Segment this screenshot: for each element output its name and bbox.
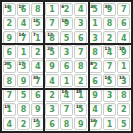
cell-r1c6[interactable]: 4 [74,3,87,16]
cell-r2c8[interactable]: 8 [103,17,116,30]
cell-digit: 4 [35,63,41,71]
cell-digit: 4 [121,34,127,42]
cell-r2c5[interactable]: 189 [60,17,73,30]
cell-r9c8[interactable]: 1 [103,117,116,130]
cell-digit: 4 [107,49,113,57]
cell-r8c6[interactable]: 185 [74,103,87,116]
cell-r8c4[interactable]: 3 [45,103,58,116]
cell-digit: 6 [92,77,98,85]
cell-r6c7[interactable]: 6 [88,74,101,87]
cell-r2c6[interactable]: 3 [74,17,87,30]
cell-r6c2[interactable]: 9 [17,74,30,87]
cell-r1c7[interactable]: 385 [88,3,101,16]
cell-digit: 1 [92,20,98,28]
cell-r7c1[interactable]: 7 [3,88,16,101]
cell-r8c1[interactable]: 151 [3,103,16,116]
cell-r2c7[interactable]: 1 [88,17,101,30]
cell-digit: 1 [21,49,27,57]
cell-digit: 7 [92,120,98,128]
cell-digit: 4 [21,20,27,28]
cell-digit: 7 [49,20,55,28]
cell-digit: 2 [121,106,127,114]
cell-r5c9[interactable]: 1 [117,60,130,73]
cell-digit: 9 [107,6,113,14]
cell-r5c5[interactable]: 6 [60,60,73,73]
cell-digit: 4 [49,77,55,85]
grid-border-bottom [0,131,133,133]
cell-r9c9[interactable]: 5 [117,117,130,130]
cell-digit: 3 [78,20,84,28]
cell-r2c4[interactable]: 7 [45,17,58,30]
grid-border-top [0,0,133,2]
cell-digit: 4 [6,120,12,128]
cell-r1c5[interactable]: 62 [60,3,73,16]
cell-digit: 5 [107,77,113,85]
cell-digit: 1 [107,120,113,128]
cell-digit: 6 [78,34,84,42]
box-line-vertical-1 [43,0,45,133]
cell-digit: 1 [64,77,70,85]
cell-r9c4[interactable]: 6 [45,117,58,130]
cell-digit: 7 [21,34,27,42]
cell-digit: 2 [78,77,84,85]
cell-digit: 6 [6,49,12,57]
cell-digit: 2 [107,34,113,42]
cell-digit: 1 [121,63,127,71]
cell-digit: 8 [35,6,41,14]
cell-r6c6[interactable]: 2 [74,74,87,87]
cell-r7c6[interactable]: 101 [74,88,87,101]
cell-digit: 8 [64,120,70,128]
grid-border-left [0,0,2,133]
cell-r7c2[interactable]: 5 [17,88,30,101]
cell-r7c4[interactable]: 2 [45,88,58,101]
cell-r6c5[interactable]: 1 [60,74,73,87]
cell-r2c1[interactable]: 2 [3,17,16,30]
cell-r9c5[interactable]: 8 [60,117,73,130]
cell-r8c5[interactable]: 7 [60,103,73,116]
cell-digit: 9 [21,77,27,85]
cell-digit: 7 [64,106,70,114]
cell-digit: 6 [35,92,41,100]
cell-digit: 2 [6,20,12,28]
cell-digit: 6 [64,63,70,71]
box-line-horizontal-1 [0,43,133,45]
cell-r5c7[interactable]: 82 [88,60,101,73]
cell-r9c7[interactable]: 137 [88,117,101,130]
cell-digit: 2 [49,92,55,100]
cell-digit: 4 [92,106,98,114]
cell-r4c5[interactable]: 3 [60,45,73,58]
cell-digit: 9 [64,20,70,28]
killer-sudoku-board: 1431968162438530972412571893186914771138… [0,0,133,133]
cell-digit: 5 [21,92,27,100]
cell-r6c1[interactable]: 8 [3,74,16,87]
cell-digit: 8 [107,20,113,28]
grid-border-right [131,0,133,133]
cell-digit: 6 [49,120,55,128]
box-line-vertical-2 [88,0,90,133]
cell-digit: 9 [49,63,55,71]
box-line-horizontal-2 [0,88,133,90]
cell-r6c8[interactable]: 145 [103,74,116,87]
cell-digit: 2 [21,120,27,128]
cell-digit: 3 [121,77,127,85]
cell-digit: 5 [78,106,84,114]
cell-digit: 9 [121,49,127,57]
cell-digit: 5 [35,20,41,28]
cell-r4c8[interactable]: 114 [103,45,116,58]
cell-digit: 5 [64,34,70,42]
cell-r8c2[interactable]: 8 [17,103,30,116]
cell-digit: 2 [92,63,98,71]
cell-digit: 4 [64,92,70,100]
cell-digit: 3 [92,34,98,42]
cell-digit: 8 [21,106,27,114]
cell-digit: 5 [92,6,98,14]
cell-r8c8[interactable]: 6 [103,103,116,116]
cell-r5c4[interactable]: 9 [45,60,58,73]
cell-digit: 3 [64,49,70,57]
cell-digit: 1 [35,34,41,42]
cell-digit: 3 [21,63,27,71]
cell-digit: 7 [35,77,41,85]
cell-r9c2[interactable]: 2 [17,117,30,130]
cell-r5c2[interactable]: 173 [17,60,30,73]
cell-r1c1[interactable]: 143 [3,3,16,16]
cell-digit: 7 [107,63,113,71]
cell-digit: 3 [6,6,12,14]
cell-r4c1[interactable]: 6 [3,45,16,58]
cell-r1c2[interactable]: 196 [17,3,30,16]
cell-digit: 7 [6,92,12,100]
cell-digit: 1 [49,6,55,14]
cell-digit: 5 [6,63,12,71]
cell-r1c4[interactable]: 1 [45,3,58,16]
cell-digit: 2 [35,49,41,57]
cell-r2c2[interactable]: 4 [17,17,30,30]
cell-r8c7[interactable]: 4 [88,103,101,116]
cell-digit: 2 [64,6,70,14]
cell-digit: 3 [35,120,41,128]
cell-digit: 8 [6,77,12,85]
cell-r1c8[interactable]: 309 [103,3,116,16]
cell-digit: 9 [78,120,84,128]
cell-r7c7[interactable]: 9 [88,88,101,101]
cell-digit: 3 [107,92,113,100]
cell-r4c9[interactable]: 109 [117,45,130,58]
cell-digit: 9 [35,106,41,114]
cell-r7c9[interactable]: 8 [117,88,130,101]
cell-digit: 1 [78,92,84,100]
cell-r1c9[interactable]: 7 [117,3,130,16]
cell-digit: 5 [121,120,127,128]
cell-r7c8[interactable]: 3 [103,88,116,101]
cell-r4c7[interactable]: 8 [88,45,101,58]
cell-digit: 8 [121,92,127,100]
cell-digit: 8 [49,34,55,42]
cell-r6c4[interactable]: 4 [45,74,58,87]
cell-r5c6[interactable]: 8 [74,60,87,73]
cell-r4c2[interactable]: 1 [17,45,30,58]
cell-digit: 3 [49,106,55,114]
cell-digit: 9 [6,34,12,42]
cell-r5c1[interactable]: 205 [3,60,16,73]
cell-digit: 4 [78,6,84,14]
cell-r9c6[interactable]: 9 [74,117,87,130]
cell-digit: 6 [121,20,127,28]
cell-r6c9[interactable]: 133 [117,74,130,87]
cell-r7c5[interactable]: 144 [60,88,73,101]
cell-digit: 6 [21,6,27,14]
cell-digit: 1 [6,106,12,114]
cell-r8c9[interactable]: 2 [117,103,130,116]
cell-digit: 7 [121,6,127,14]
cell-digit: 8 [78,63,84,71]
cell-digit: 5 [49,49,55,57]
cell-digit: 7 [78,49,84,57]
cell-digit: 9 [92,92,98,100]
cell-r5c8[interactable]: 7 [103,60,116,73]
cell-digit: 8 [92,49,98,57]
cell-r4c6[interactable]: 7 [74,45,87,58]
cell-r9c1[interactable]: 4 [3,117,16,130]
sudoku-grid: 1431968162438530972412571893186914771138… [0,0,133,133]
cell-digit: 6 [107,106,113,114]
cell-r4c4[interactable]: 235 [45,45,58,58]
cell-r2c9[interactable]: 6 [117,17,130,30]
